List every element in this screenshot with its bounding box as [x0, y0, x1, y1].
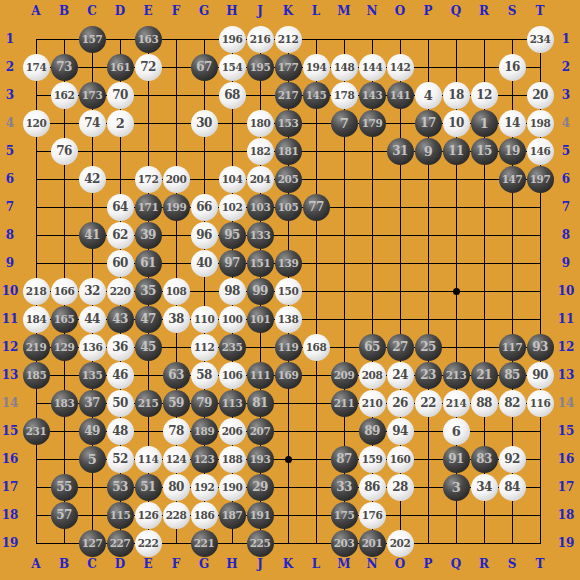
intersection-N7[interactable] [358, 193, 386, 221]
intersection-B10[interactable]: 166 [50, 277, 78, 305]
intersection-O11[interactable] [386, 305, 414, 333]
intersection-K5[interactable]: 181 [274, 137, 302, 165]
intersection-M7[interactable] [330, 193, 358, 221]
intersection-M19[interactable]: 203 [330, 529, 358, 557]
intersection-F1[interactable] [162, 25, 190, 53]
intersection-R19[interactable] [470, 529, 498, 557]
intersection-F9[interactable] [162, 249, 190, 277]
intersection-N1[interactable] [358, 25, 386, 53]
intersection-F6[interactable]: 200 [162, 165, 190, 193]
intersection-H10[interactable]: 98 [218, 277, 246, 305]
intersection-Q5[interactable]: 11 [442, 137, 470, 165]
intersection-R6[interactable] [470, 165, 498, 193]
intersection-L10[interactable] [302, 277, 330, 305]
intersection-M6[interactable] [330, 165, 358, 193]
intersection-G8[interactable]: 96 [190, 221, 218, 249]
intersection-K18[interactable] [274, 501, 302, 529]
intersection-O7[interactable] [386, 193, 414, 221]
intersection-E14[interactable]: 215 [134, 389, 162, 417]
intersection-D5[interactable] [106, 137, 134, 165]
intersection-C12[interactable]: 136 [78, 333, 106, 361]
intersection-A18[interactable] [22, 501, 50, 529]
intersection-H9[interactable]: 97 [218, 249, 246, 277]
intersection-A17[interactable] [22, 473, 50, 501]
intersection-N9[interactable] [358, 249, 386, 277]
intersection-K12[interactable]: 119 [274, 333, 302, 361]
intersection-G13[interactable]: 58 [190, 361, 218, 389]
intersection-K10[interactable]: 150 [274, 277, 302, 305]
intersection-A11[interactable]: 184 [22, 305, 50, 333]
intersection-F16[interactable]: 124 [162, 445, 190, 473]
intersection-N17[interactable]: 86 [358, 473, 386, 501]
intersection-C4[interactable]: 74 [78, 109, 106, 137]
intersection-H12[interactable]: 235 [218, 333, 246, 361]
intersection-H17[interactable]: 190 [218, 473, 246, 501]
intersection-L4[interactable] [302, 109, 330, 137]
intersection-O14[interactable]: 26 [386, 389, 414, 417]
intersection-T5[interactable]: 146 [526, 137, 554, 165]
intersection-A1[interactable] [22, 25, 50, 53]
intersection-H1[interactable]: 196 [218, 25, 246, 53]
intersection-A4[interactable]: 120 [22, 109, 50, 137]
intersection-T10[interactable] [526, 277, 554, 305]
intersection-N6[interactable] [358, 165, 386, 193]
intersection-B13[interactable] [50, 361, 78, 389]
intersection-E11[interactable]: 47 [134, 305, 162, 333]
intersection-K3[interactable]: 217 [274, 81, 302, 109]
intersection-C5[interactable] [78, 137, 106, 165]
intersection-H7[interactable]: 102 [218, 193, 246, 221]
intersection-A2[interactable]: 174 [22, 53, 50, 81]
intersection-P15[interactable] [414, 417, 442, 445]
intersection-N14[interactable]: 210 [358, 389, 386, 417]
intersection-J19[interactable]: 225 [246, 529, 274, 557]
intersection-F19[interactable] [162, 529, 190, 557]
intersection-L19[interactable] [302, 529, 330, 557]
intersection-T8[interactable] [526, 221, 554, 249]
intersection-P17[interactable] [414, 473, 442, 501]
intersection-Q2[interactable] [442, 53, 470, 81]
intersection-Q7[interactable] [442, 193, 470, 221]
intersection-K1[interactable]: 212 [274, 25, 302, 53]
intersection-E9[interactable]: 61 [134, 249, 162, 277]
intersection-S18[interactable] [498, 501, 526, 529]
intersection-L2[interactable]: 194 [302, 53, 330, 81]
intersection-F12[interactable] [162, 333, 190, 361]
intersection-O18[interactable] [386, 501, 414, 529]
intersection-G5[interactable] [190, 137, 218, 165]
intersection-D9[interactable]: 60 [106, 249, 134, 277]
board-intersections[interactable]: 1571631962162122341747316172671541951771… [22, 25, 554, 557]
intersection-Q12[interactable] [442, 333, 470, 361]
intersection-D6[interactable] [106, 165, 134, 193]
intersection-O12[interactable]: 27 [386, 333, 414, 361]
intersection-T3[interactable]: 20 [526, 81, 554, 109]
intersection-A5[interactable] [22, 137, 50, 165]
intersection-J18[interactable]: 191 [246, 501, 274, 529]
intersection-B12[interactable]: 129 [50, 333, 78, 361]
intersection-L15[interactable] [302, 417, 330, 445]
intersection-P7[interactable] [414, 193, 442, 221]
intersection-B19[interactable] [50, 529, 78, 557]
intersection-D7[interactable]: 64 [106, 193, 134, 221]
intersection-T7[interactable] [526, 193, 554, 221]
intersection-T11[interactable] [526, 305, 554, 333]
intersection-Q16[interactable]: 91 [442, 445, 470, 473]
intersection-K19[interactable] [274, 529, 302, 557]
intersection-C1[interactable]: 157 [78, 25, 106, 53]
intersection-P12[interactable]: 25 [414, 333, 442, 361]
intersection-D19[interactable]: 227 [106, 529, 134, 557]
intersection-T18[interactable] [526, 501, 554, 529]
intersection-N13[interactable]: 208 [358, 361, 386, 389]
intersection-R9[interactable] [470, 249, 498, 277]
intersection-C14[interactable]: 37 [78, 389, 106, 417]
intersection-P6[interactable] [414, 165, 442, 193]
intersection-A16[interactable] [22, 445, 50, 473]
intersection-Q14[interactable]: 214 [442, 389, 470, 417]
intersection-F7[interactable]: 199 [162, 193, 190, 221]
intersection-S17[interactable]: 84 [498, 473, 526, 501]
intersection-J13[interactable]: 111 [246, 361, 274, 389]
intersection-Q3[interactable]: 18 [442, 81, 470, 109]
intersection-P8[interactable] [414, 221, 442, 249]
intersection-L8[interactable] [302, 221, 330, 249]
intersection-L5[interactable] [302, 137, 330, 165]
intersection-B1[interactable] [50, 25, 78, 53]
intersection-R13[interactable]: 21 [470, 361, 498, 389]
intersection-D8[interactable]: 62 [106, 221, 134, 249]
intersection-O6[interactable] [386, 165, 414, 193]
intersection-H14[interactable]: 113 [218, 389, 246, 417]
intersection-B5[interactable]: 76 [50, 137, 78, 165]
intersection-D13[interactable]: 46 [106, 361, 134, 389]
intersection-L17[interactable] [302, 473, 330, 501]
intersection-H5[interactable] [218, 137, 246, 165]
intersection-F5[interactable] [162, 137, 190, 165]
intersection-B7[interactable] [50, 193, 78, 221]
intersection-R15[interactable] [470, 417, 498, 445]
intersection-P18[interactable] [414, 501, 442, 529]
intersection-K6[interactable]: 205 [274, 165, 302, 193]
intersection-Q18[interactable] [442, 501, 470, 529]
intersection-N12[interactable]: 65 [358, 333, 386, 361]
intersection-S11[interactable] [498, 305, 526, 333]
intersection-Q1[interactable] [442, 25, 470, 53]
intersection-K9[interactable]: 139 [274, 249, 302, 277]
intersection-P10[interactable] [414, 277, 442, 305]
intersection-T12[interactable]: 93 [526, 333, 554, 361]
intersection-G6[interactable] [190, 165, 218, 193]
intersection-F18[interactable]: 228 [162, 501, 190, 529]
intersection-B8[interactable] [50, 221, 78, 249]
intersection-D18[interactable]: 115 [106, 501, 134, 529]
intersection-G18[interactable]: 186 [190, 501, 218, 529]
intersection-D2[interactable]: 161 [106, 53, 134, 81]
intersection-E16[interactable]: 114 [134, 445, 162, 473]
intersection-S19[interactable] [498, 529, 526, 557]
intersection-B6[interactable] [50, 165, 78, 193]
intersection-P5[interactable]: 9 [414, 137, 442, 165]
intersection-E18[interactable]: 126 [134, 501, 162, 529]
intersection-S1[interactable] [498, 25, 526, 53]
intersection-G7[interactable]: 66 [190, 193, 218, 221]
intersection-A19[interactable] [22, 529, 50, 557]
intersection-H18[interactable]: 187 [218, 501, 246, 529]
intersection-J11[interactable]: 101 [246, 305, 274, 333]
intersection-K7[interactable]: 105 [274, 193, 302, 221]
intersection-J1[interactable]: 216 [246, 25, 274, 53]
intersection-N3[interactable]: 143 [358, 81, 386, 109]
intersection-Q4[interactable]: 10 [442, 109, 470, 137]
intersection-C7[interactable] [78, 193, 106, 221]
intersection-J4[interactable]: 180 [246, 109, 274, 137]
intersection-N19[interactable]: 201 [358, 529, 386, 557]
intersection-G9[interactable]: 40 [190, 249, 218, 277]
intersection-T16[interactable] [526, 445, 554, 473]
intersection-J3[interactable] [246, 81, 274, 109]
intersection-A13[interactable]: 185 [22, 361, 50, 389]
intersection-M4[interactable]: 7 [330, 109, 358, 137]
intersection-K14[interactable] [274, 389, 302, 417]
intersection-T1[interactable]: 234 [526, 25, 554, 53]
intersection-B3[interactable]: 162 [50, 81, 78, 109]
intersection-K16[interactable] [274, 445, 302, 473]
intersection-E17[interactable]: 51 [134, 473, 162, 501]
intersection-R5[interactable]: 15 [470, 137, 498, 165]
intersection-H3[interactable]: 68 [218, 81, 246, 109]
intersection-L3[interactable]: 145 [302, 81, 330, 109]
intersection-N15[interactable]: 89 [358, 417, 386, 445]
intersection-R8[interactable] [470, 221, 498, 249]
intersection-F2[interactable] [162, 53, 190, 81]
intersection-G19[interactable]: 221 [190, 529, 218, 557]
intersection-O13[interactable]: 24 [386, 361, 414, 389]
intersection-K4[interactable]: 153 [274, 109, 302, 137]
intersection-N10[interactable] [358, 277, 386, 305]
intersection-C13[interactable]: 135 [78, 361, 106, 389]
intersection-O17[interactable]: 28 [386, 473, 414, 501]
intersection-L9[interactable] [302, 249, 330, 277]
intersection-S6[interactable]: 147 [498, 165, 526, 193]
intersection-T4[interactable]: 198 [526, 109, 554, 137]
intersection-G11[interactable]: 110 [190, 305, 218, 333]
intersection-R14[interactable]: 88 [470, 389, 498, 417]
intersection-N18[interactable]: 176 [358, 501, 386, 529]
intersection-D4[interactable]: 2 [106, 109, 134, 137]
intersection-R10[interactable] [470, 277, 498, 305]
intersection-J8[interactable]: 133 [246, 221, 274, 249]
intersection-J14[interactable]: 81 [246, 389, 274, 417]
intersection-P9[interactable] [414, 249, 442, 277]
intersection-O5[interactable]: 31 [386, 137, 414, 165]
intersection-G17[interactable]: 192 [190, 473, 218, 501]
intersection-C10[interactable]: 32 [78, 277, 106, 305]
intersection-Q19[interactable] [442, 529, 470, 557]
intersection-Q9[interactable] [442, 249, 470, 277]
intersection-O3[interactable]: 141 [386, 81, 414, 109]
intersection-A15[interactable]: 231 [22, 417, 50, 445]
intersection-T2[interactable] [526, 53, 554, 81]
intersection-P14[interactable]: 22 [414, 389, 442, 417]
intersection-B11[interactable]: 165 [50, 305, 78, 333]
intersection-J16[interactable]: 193 [246, 445, 274, 473]
intersection-C11[interactable]: 44 [78, 305, 106, 333]
intersection-C6[interactable]: 42 [78, 165, 106, 193]
intersection-J5[interactable]: 182 [246, 137, 274, 165]
intersection-J6[interactable]: 204 [246, 165, 274, 193]
intersection-E3[interactable] [134, 81, 162, 109]
intersection-P1[interactable] [414, 25, 442, 53]
intersection-P16[interactable] [414, 445, 442, 473]
intersection-B4[interactable] [50, 109, 78, 137]
intersection-C3[interactable]: 173 [78, 81, 106, 109]
intersection-C8[interactable]: 41 [78, 221, 106, 249]
intersection-J17[interactable]: 29 [246, 473, 274, 501]
intersection-P3[interactable]: 4 [414, 81, 442, 109]
intersection-H2[interactable]: 154 [218, 53, 246, 81]
intersection-Q13[interactable]: 213 [442, 361, 470, 389]
intersection-R17[interactable]: 34 [470, 473, 498, 501]
intersection-O2[interactable]: 142 [386, 53, 414, 81]
intersection-A6[interactable] [22, 165, 50, 193]
intersection-S5[interactable]: 19 [498, 137, 526, 165]
intersection-C19[interactable]: 127 [78, 529, 106, 557]
intersection-N11[interactable] [358, 305, 386, 333]
intersection-E5[interactable] [134, 137, 162, 165]
intersection-A8[interactable] [22, 221, 50, 249]
intersection-L7[interactable]: 77 [302, 193, 330, 221]
intersection-N5[interactable] [358, 137, 386, 165]
intersection-L6[interactable] [302, 165, 330, 193]
intersection-L12[interactable]: 168 [302, 333, 330, 361]
intersection-K15[interactable] [274, 417, 302, 445]
intersection-T13[interactable]: 90 [526, 361, 554, 389]
intersection-M12[interactable] [330, 333, 358, 361]
intersection-E13[interactable] [134, 361, 162, 389]
intersection-H8[interactable]: 95 [218, 221, 246, 249]
intersection-P4[interactable]: 17 [414, 109, 442, 137]
intersection-S4[interactable]: 14 [498, 109, 526, 137]
intersection-F4[interactable] [162, 109, 190, 137]
intersection-G12[interactable]: 112 [190, 333, 218, 361]
intersection-S16[interactable]: 92 [498, 445, 526, 473]
intersection-O8[interactable] [386, 221, 414, 249]
intersection-O19[interactable]: 202 [386, 529, 414, 557]
intersection-R1[interactable] [470, 25, 498, 53]
intersection-F15[interactable]: 78 [162, 417, 190, 445]
intersection-G4[interactable]: 30 [190, 109, 218, 137]
intersection-R11[interactable] [470, 305, 498, 333]
intersection-T9[interactable] [526, 249, 554, 277]
intersection-S12[interactable]: 117 [498, 333, 526, 361]
intersection-E12[interactable]: 45 [134, 333, 162, 361]
intersection-J7[interactable]: 103 [246, 193, 274, 221]
intersection-J12[interactable] [246, 333, 274, 361]
intersection-L18[interactable] [302, 501, 330, 529]
intersection-M11[interactable] [330, 305, 358, 333]
intersection-P2[interactable] [414, 53, 442, 81]
intersection-J2[interactable]: 195 [246, 53, 274, 81]
intersection-O1[interactable] [386, 25, 414, 53]
intersection-A14[interactable] [22, 389, 50, 417]
intersection-C2[interactable] [78, 53, 106, 81]
intersection-L13[interactable] [302, 361, 330, 389]
intersection-E19[interactable]: 222 [134, 529, 162, 557]
intersection-S7[interactable] [498, 193, 526, 221]
intersection-E10[interactable]: 35 [134, 277, 162, 305]
intersection-M16[interactable]: 87 [330, 445, 358, 473]
intersection-E15[interactable] [134, 417, 162, 445]
intersection-O4[interactable] [386, 109, 414, 137]
intersection-D10[interactable]: 220 [106, 277, 134, 305]
intersection-A3[interactable] [22, 81, 50, 109]
intersection-A12[interactable]: 219 [22, 333, 50, 361]
intersection-S10[interactable] [498, 277, 526, 305]
intersection-S9[interactable] [498, 249, 526, 277]
intersection-O9[interactable] [386, 249, 414, 277]
intersection-D15[interactable]: 48 [106, 417, 134, 445]
intersection-J15[interactable]: 207 [246, 417, 274, 445]
intersection-C15[interactable]: 49 [78, 417, 106, 445]
intersection-R12[interactable] [470, 333, 498, 361]
intersection-B15[interactable] [50, 417, 78, 445]
intersection-S3[interactable] [498, 81, 526, 109]
intersection-Q17[interactable]: 3 [442, 473, 470, 501]
intersection-H4[interactable] [218, 109, 246, 137]
intersection-L1[interactable] [302, 25, 330, 53]
intersection-B18[interactable]: 57 [50, 501, 78, 529]
intersection-D11[interactable]: 43 [106, 305, 134, 333]
intersection-M17[interactable]: 33 [330, 473, 358, 501]
intersection-E6[interactable]: 172 [134, 165, 162, 193]
intersection-O10[interactable] [386, 277, 414, 305]
intersection-A10[interactable]: 218 [22, 277, 50, 305]
intersection-J9[interactable]: 151 [246, 249, 274, 277]
intersection-N2[interactable]: 144 [358, 53, 386, 81]
intersection-A9[interactable] [22, 249, 50, 277]
intersection-K11[interactable]: 138 [274, 305, 302, 333]
intersection-R16[interactable]: 83 [470, 445, 498, 473]
intersection-S13[interactable]: 85 [498, 361, 526, 389]
intersection-N8[interactable] [358, 221, 386, 249]
intersection-B17[interactable]: 55 [50, 473, 78, 501]
intersection-G10[interactable] [190, 277, 218, 305]
intersection-P11[interactable] [414, 305, 442, 333]
intersection-H6[interactable]: 104 [218, 165, 246, 193]
intersection-Q6[interactable] [442, 165, 470, 193]
intersection-K8[interactable] [274, 221, 302, 249]
intersection-Q10[interactable] [442, 277, 470, 305]
intersection-L14[interactable] [302, 389, 330, 417]
intersection-F13[interactable]: 63 [162, 361, 190, 389]
intersection-N16[interactable]: 159 [358, 445, 386, 473]
intersection-O15[interactable]: 94 [386, 417, 414, 445]
intersection-G14[interactable]: 79 [190, 389, 218, 417]
intersection-R3[interactable]: 12 [470, 81, 498, 109]
intersection-K13[interactable]: 169 [274, 361, 302, 389]
intersection-D17[interactable]: 53 [106, 473, 134, 501]
intersection-A7[interactable] [22, 193, 50, 221]
intersection-C16[interactable]: 5 [78, 445, 106, 473]
intersection-G1[interactable] [190, 25, 218, 53]
intersection-R18[interactable] [470, 501, 498, 529]
intersection-E4[interactable] [134, 109, 162, 137]
intersection-D1[interactable] [106, 25, 134, 53]
intersection-M2[interactable]: 148 [330, 53, 358, 81]
intersection-M13[interactable]: 209 [330, 361, 358, 389]
intersection-T17[interactable] [526, 473, 554, 501]
